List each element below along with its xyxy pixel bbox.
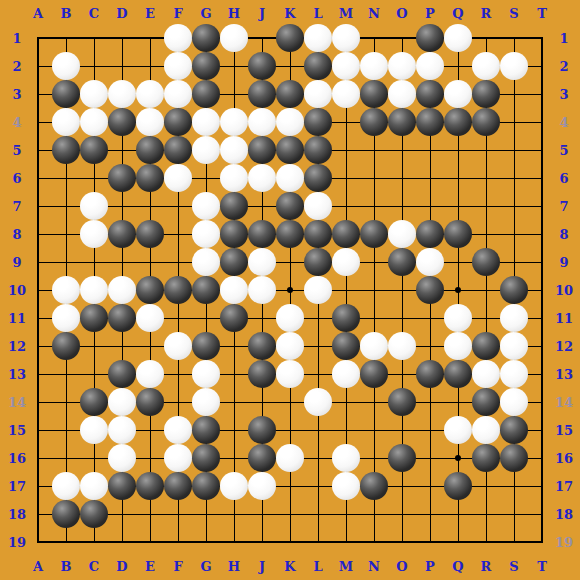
black-stone-G1 [192, 24, 220, 52]
white-stone-Q15 [444, 416, 472, 444]
col-label-bottom-A: A [33, 560, 43, 573]
white-stone-L10 [304, 276, 332, 304]
black-stone-F5 [164, 136, 192, 164]
white-stone-M13 [332, 360, 360, 388]
white-stone-H17 [220, 472, 248, 500]
black-stone-L2 [304, 52, 332, 80]
white-stone-F12 [164, 332, 192, 360]
black-stone-Q13 [444, 360, 472, 388]
white-stone-J4 [248, 108, 276, 136]
white-stone-L7 [304, 192, 332, 220]
row-label-left-10: 10 [8, 284, 26, 297]
black-stone-B18 [52, 500, 80, 528]
black-stone-H8 [220, 220, 248, 248]
white-stone-S12 [500, 332, 528, 360]
white-stone-S13 [500, 360, 528, 388]
white-stone-C8 [80, 220, 108, 248]
black-stone-Q8 [444, 220, 472, 248]
black-stone-K3 [276, 80, 304, 108]
white-stone-D10 [108, 276, 136, 304]
white-stone-B4 [52, 108, 80, 136]
row-label-right-14: 14 [555, 396, 573, 409]
black-stone-M8 [332, 220, 360, 248]
row-label-right-3: 3 [559, 88, 568, 101]
white-stone-H5 [220, 136, 248, 164]
row-label-right-4: 4 [559, 116, 568, 129]
col-label-top-D: D [116, 7, 127, 20]
black-stone-S16 [500, 444, 528, 472]
white-stone-R13 [472, 360, 500, 388]
col-label-bottom-K: K [284, 560, 295, 573]
white-stone-H10 [220, 276, 248, 304]
col-label-bottom-T: T [537, 560, 547, 573]
black-stone-G12 [192, 332, 220, 360]
black-stone-G2 [192, 52, 220, 80]
row-label-left-12: 12 [8, 340, 26, 353]
white-stone-B10 [52, 276, 80, 304]
black-stone-R4 [472, 108, 500, 136]
white-stone-B11 [52, 304, 80, 332]
col-label-top-N: N [368, 7, 380, 20]
white-stone-C10 [80, 276, 108, 304]
white-stone-E3 [136, 80, 164, 108]
white-stone-S2 [500, 52, 528, 80]
black-stone-G15 [192, 416, 220, 444]
row-label-right-7: 7 [559, 200, 568, 213]
white-stone-L3 [304, 80, 332, 108]
col-label-top-A: A [33, 7, 43, 20]
white-stone-H1 [220, 24, 248, 52]
col-label-top-S: S [509, 7, 518, 20]
black-stone-E6 [136, 164, 164, 192]
black-stone-E17 [136, 472, 164, 500]
white-stone-K4 [276, 108, 304, 136]
black-stone-E5 [136, 136, 164, 164]
black-stone-P13 [416, 360, 444, 388]
black-stone-K8 [276, 220, 304, 248]
black-stone-J13 [248, 360, 276, 388]
black-stone-L5 [304, 136, 332, 164]
row-label-right-18: 18 [555, 508, 573, 521]
black-stone-F4 [164, 108, 192, 136]
black-stone-N17 [360, 472, 388, 500]
black-stone-N3 [360, 80, 388, 108]
row-label-right-1: 1 [559, 32, 568, 45]
white-stone-G14 [192, 388, 220, 416]
white-stone-M9 [332, 248, 360, 276]
row-label-right-19: 19 [555, 536, 573, 549]
white-stone-J10 [248, 276, 276, 304]
col-label-top-F: F [173, 7, 182, 20]
white-stone-Q12 [444, 332, 472, 360]
col-label-top-G: G [200, 7, 211, 20]
white-stone-J17 [248, 472, 276, 500]
black-stone-B3 [52, 80, 80, 108]
col-label-bottom-P: P [425, 560, 435, 573]
black-stone-D11 [108, 304, 136, 332]
row-label-left-1: 1 [12, 32, 21, 45]
white-stone-L14 [304, 388, 332, 416]
row-label-left-13: 13 [8, 368, 26, 381]
white-stone-O12 [388, 332, 416, 360]
black-stone-J16 [248, 444, 276, 472]
row-label-right-10: 10 [555, 284, 573, 297]
black-stone-H11 [220, 304, 248, 332]
black-stone-N13 [360, 360, 388, 388]
row-label-left-18: 18 [8, 508, 26, 521]
row-label-right-8: 8 [559, 228, 568, 241]
row-label-right-11: 11 [555, 312, 573, 325]
black-stone-L8 [304, 220, 332, 248]
black-stone-F10 [164, 276, 192, 304]
col-label-top-B: B [61, 7, 72, 20]
white-stone-Q1 [444, 24, 472, 52]
black-stone-G10 [192, 276, 220, 304]
col-label-bottom-Q: Q [452, 560, 463, 573]
white-stone-G7 [192, 192, 220, 220]
white-stone-C17 [80, 472, 108, 500]
white-stone-S14 [500, 388, 528, 416]
white-stone-P2 [416, 52, 444, 80]
white-stone-O8 [388, 220, 416, 248]
black-stone-K5 [276, 136, 304, 164]
black-stone-R12 [472, 332, 500, 360]
black-stone-E10 [136, 276, 164, 304]
row-label-right-17: 17 [555, 480, 573, 493]
black-stone-H9 [220, 248, 248, 276]
black-stone-K1 [276, 24, 304, 52]
white-stone-D15 [108, 416, 136, 444]
white-stone-F1 [164, 24, 192, 52]
white-stone-M2 [332, 52, 360, 80]
row-label-left-17: 17 [8, 480, 26, 493]
row-label-right-6: 6 [559, 172, 568, 185]
black-stone-O9 [388, 248, 416, 276]
col-label-bottom-B: B [61, 560, 72, 573]
col-label-top-H: H [228, 7, 240, 20]
row-label-left-3: 3 [12, 88, 21, 101]
white-stone-Q11 [444, 304, 472, 332]
row-label-left-14: 14 [8, 396, 26, 409]
white-stone-G8 [192, 220, 220, 248]
col-label-bottom-R: R [481, 560, 492, 573]
star-point-Q16 [455, 455, 461, 461]
col-label-bottom-N: N [368, 560, 380, 573]
white-stone-D3 [108, 80, 136, 108]
white-stone-R2 [472, 52, 500, 80]
white-stone-C15 [80, 416, 108, 444]
star-point-Q10 [455, 287, 461, 293]
col-label-bottom-C: C [89, 560, 99, 573]
black-stone-S10 [500, 276, 528, 304]
col-label-bottom-O: O [396, 560, 407, 573]
row-label-right-2: 2 [559, 60, 568, 73]
white-stone-E13 [136, 360, 164, 388]
black-stone-M12 [332, 332, 360, 360]
black-stone-D4 [108, 108, 136, 136]
black-stone-R9 [472, 248, 500, 276]
black-stone-J3 [248, 80, 276, 108]
black-stone-H7 [220, 192, 248, 220]
black-stone-P8 [416, 220, 444, 248]
row-label-left-4: 4 [12, 116, 21, 129]
row-label-left-6: 6 [12, 172, 21, 185]
col-label-bottom-S: S [509, 560, 518, 573]
col-label-bottom-M: M [339, 560, 353, 573]
black-stone-F17 [164, 472, 192, 500]
row-label-left-2: 2 [12, 60, 21, 73]
row-label-left-9: 9 [12, 256, 21, 269]
black-stone-R16 [472, 444, 500, 472]
col-label-top-E: E [145, 7, 155, 20]
black-stone-J5 [248, 136, 276, 164]
white-stone-K16 [276, 444, 304, 472]
black-stone-N8 [360, 220, 388, 248]
black-stone-J2 [248, 52, 276, 80]
white-stone-M16 [332, 444, 360, 472]
row-label-right-15: 15 [555, 424, 573, 437]
row-label-left-15: 15 [8, 424, 26, 437]
black-stone-D13 [108, 360, 136, 388]
white-stone-B2 [52, 52, 80, 80]
black-stone-D6 [108, 164, 136, 192]
col-label-bottom-J: J [259, 560, 265, 573]
white-stone-M17 [332, 472, 360, 500]
col-label-top-L: L [313, 7, 322, 20]
black-stone-B5 [52, 136, 80, 164]
black-stone-G16 [192, 444, 220, 472]
white-stone-H4 [220, 108, 248, 136]
black-stone-E8 [136, 220, 164, 248]
col-label-top-O: O [396, 7, 407, 20]
white-stone-F2 [164, 52, 192, 80]
white-stone-G13 [192, 360, 220, 388]
white-stone-G4 [192, 108, 220, 136]
col-label-top-P: P [425, 7, 435, 20]
black-stone-P3 [416, 80, 444, 108]
black-stone-N4 [360, 108, 388, 136]
black-stone-C11 [80, 304, 108, 332]
white-stone-J6 [248, 164, 276, 192]
col-label-bottom-G: G [200, 560, 211, 573]
col-label-top-J: J [259, 7, 265, 20]
white-stone-E4 [136, 108, 164, 136]
black-stone-K7 [276, 192, 304, 220]
col-label-top-C: C [89, 7, 99, 20]
white-stone-C3 [80, 80, 108, 108]
white-stone-G9 [192, 248, 220, 276]
white-stone-F16 [164, 444, 192, 472]
white-stone-K12 [276, 332, 304, 360]
white-stone-F6 [164, 164, 192, 192]
star-point-K10 [287, 287, 293, 293]
white-stone-M1 [332, 24, 360, 52]
black-stone-C14 [80, 388, 108, 416]
row-label-right-12: 12 [555, 340, 573, 353]
white-stone-F3 [164, 80, 192, 108]
white-stone-B17 [52, 472, 80, 500]
col-label-bottom-L: L [313, 560, 322, 573]
col-label-top-Q: Q [452, 7, 463, 20]
white-stone-E11 [136, 304, 164, 332]
row-label-right-5: 5 [559, 144, 568, 157]
row-label-right-13: 13 [555, 368, 573, 381]
white-stone-H6 [220, 164, 248, 192]
row-label-left-16: 16 [8, 452, 26, 465]
black-stone-G3 [192, 80, 220, 108]
black-stone-D8 [108, 220, 136, 248]
white-stone-C7 [80, 192, 108, 220]
white-stone-P9 [416, 248, 444, 276]
row-label-left-19: 19 [8, 536, 26, 549]
white-stone-G5 [192, 136, 220, 164]
black-stone-Q17 [444, 472, 472, 500]
black-stone-Q4 [444, 108, 472, 136]
white-stone-D16 [108, 444, 136, 472]
row-label-left-11: 11 [8, 312, 26, 325]
black-stone-P1 [416, 24, 444, 52]
white-stone-O3 [388, 80, 416, 108]
black-stone-D17 [108, 472, 136, 500]
black-stone-R3 [472, 80, 500, 108]
black-stone-R14 [472, 388, 500, 416]
black-stone-L4 [304, 108, 332, 136]
black-stone-L6 [304, 164, 332, 192]
white-stone-R15 [472, 416, 500, 444]
black-stone-P10 [416, 276, 444, 304]
white-stone-K13 [276, 360, 304, 388]
row-label-left-5: 5 [12, 144, 21, 157]
col-label-top-M: M [339, 7, 353, 20]
black-stone-J15 [248, 416, 276, 444]
col-label-bottom-D: D [116, 560, 127, 573]
go-board-app: AABBCCDDEEFFGGHHJJKKLLMMNNOOPPQQRRSSTT11… [0, 0, 580, 580]
black-stone-O4 [388, 108, 416, 136]
black-stone-P4 [416, 108, 444, 136]
black-stone-B12 [52, 332, 80, 360]
white-stone-M3 [332, 80, 360, 108]
row-label-right-16: 16 [555, 452, 573, 465]
col-label-bottom-H: H [228, 560, 240, 573]
black-stone-J8 [248, 220, 276, 248]
col-label-bottom-F: F [173, 560, 182, 573]
white-stone-Q3 [444, 80, 472, 108]
white-stone-L1 [304, 24, 332, 52]
white-stone-C4 [80, 108, 108, 136]
white-stone-J9 [248, 248, 276, 276]
black-stone-L9 [304, 248, 332, 276]
col-label-top-K: K [284, 7, 295, 20]
row-label-left-8: 8 [12, 228, 21, 241]
white-stone-N12 [360, 332, 388, 360]
row-label-left-7: 7 [12, 200, 21, 213]
black-stone-E14 [136, 388, 164, 416]
black-stone-J12 [248, 332, 276, 360]
white-stone-K6 [276, 164, 304, 192]
white-stone-D14 [108, 388, 136, 416]
white-stone-O2 [388, 52, 416, 80]
black-stone-C18 [80, 500, 108, 528]
black-stone-C5 [80, 136, 108, 164]
white-stone-N2 [360, 52, 388, 80]
black-stone-S15 [500, 416, 528, 444]
col-label-top-R: R [481, 7, 492, 20]
black-stone-G17 [192, 472, 220, 500]
white-stone-K11 [276, 304, 304, 332]
col-label-top-T: T [537, 7, 547, 20]
white-stone-S11 [500, 304, 528, 332]
col-label-bottom-E: E [145, 560, 155, 573]
black-stone-O16 [388, 444, 416, 472]
black-stone-M11 [332, 304, 360, 332]
white-stone-F15 [164, 416, 192, 444]
row-label-right-9: 9 [559, 256, 568, 269]
black-stone-O14 [388, 388, 416, 416]
